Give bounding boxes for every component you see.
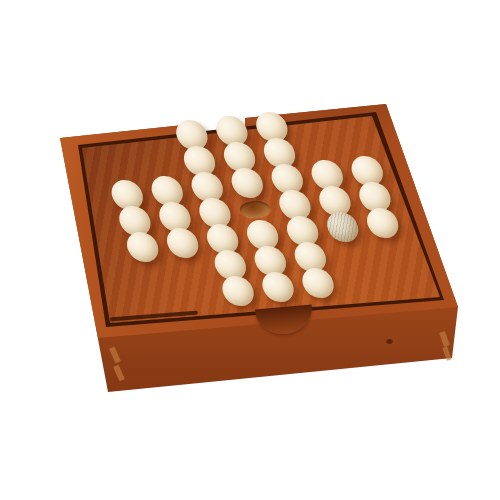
peg-ball[interactable] [299,267,338,300]
board-cell-void [366,234,414,264]
wood-knot [386,339,393,344]
peg-ball[interactable] [219,275,258,308]
solitaire-board-grid [88,104,422,314]
empty-center-hole[interactable] [238,200,273,219]
product-photo-stage [0,0,500,500]
peg-ball[interactable] [259,271,298,304]
board-cell-void [328,104,376,134]
board-cell [359,208,407,238]
board-cell-void [374,260,422,290]
